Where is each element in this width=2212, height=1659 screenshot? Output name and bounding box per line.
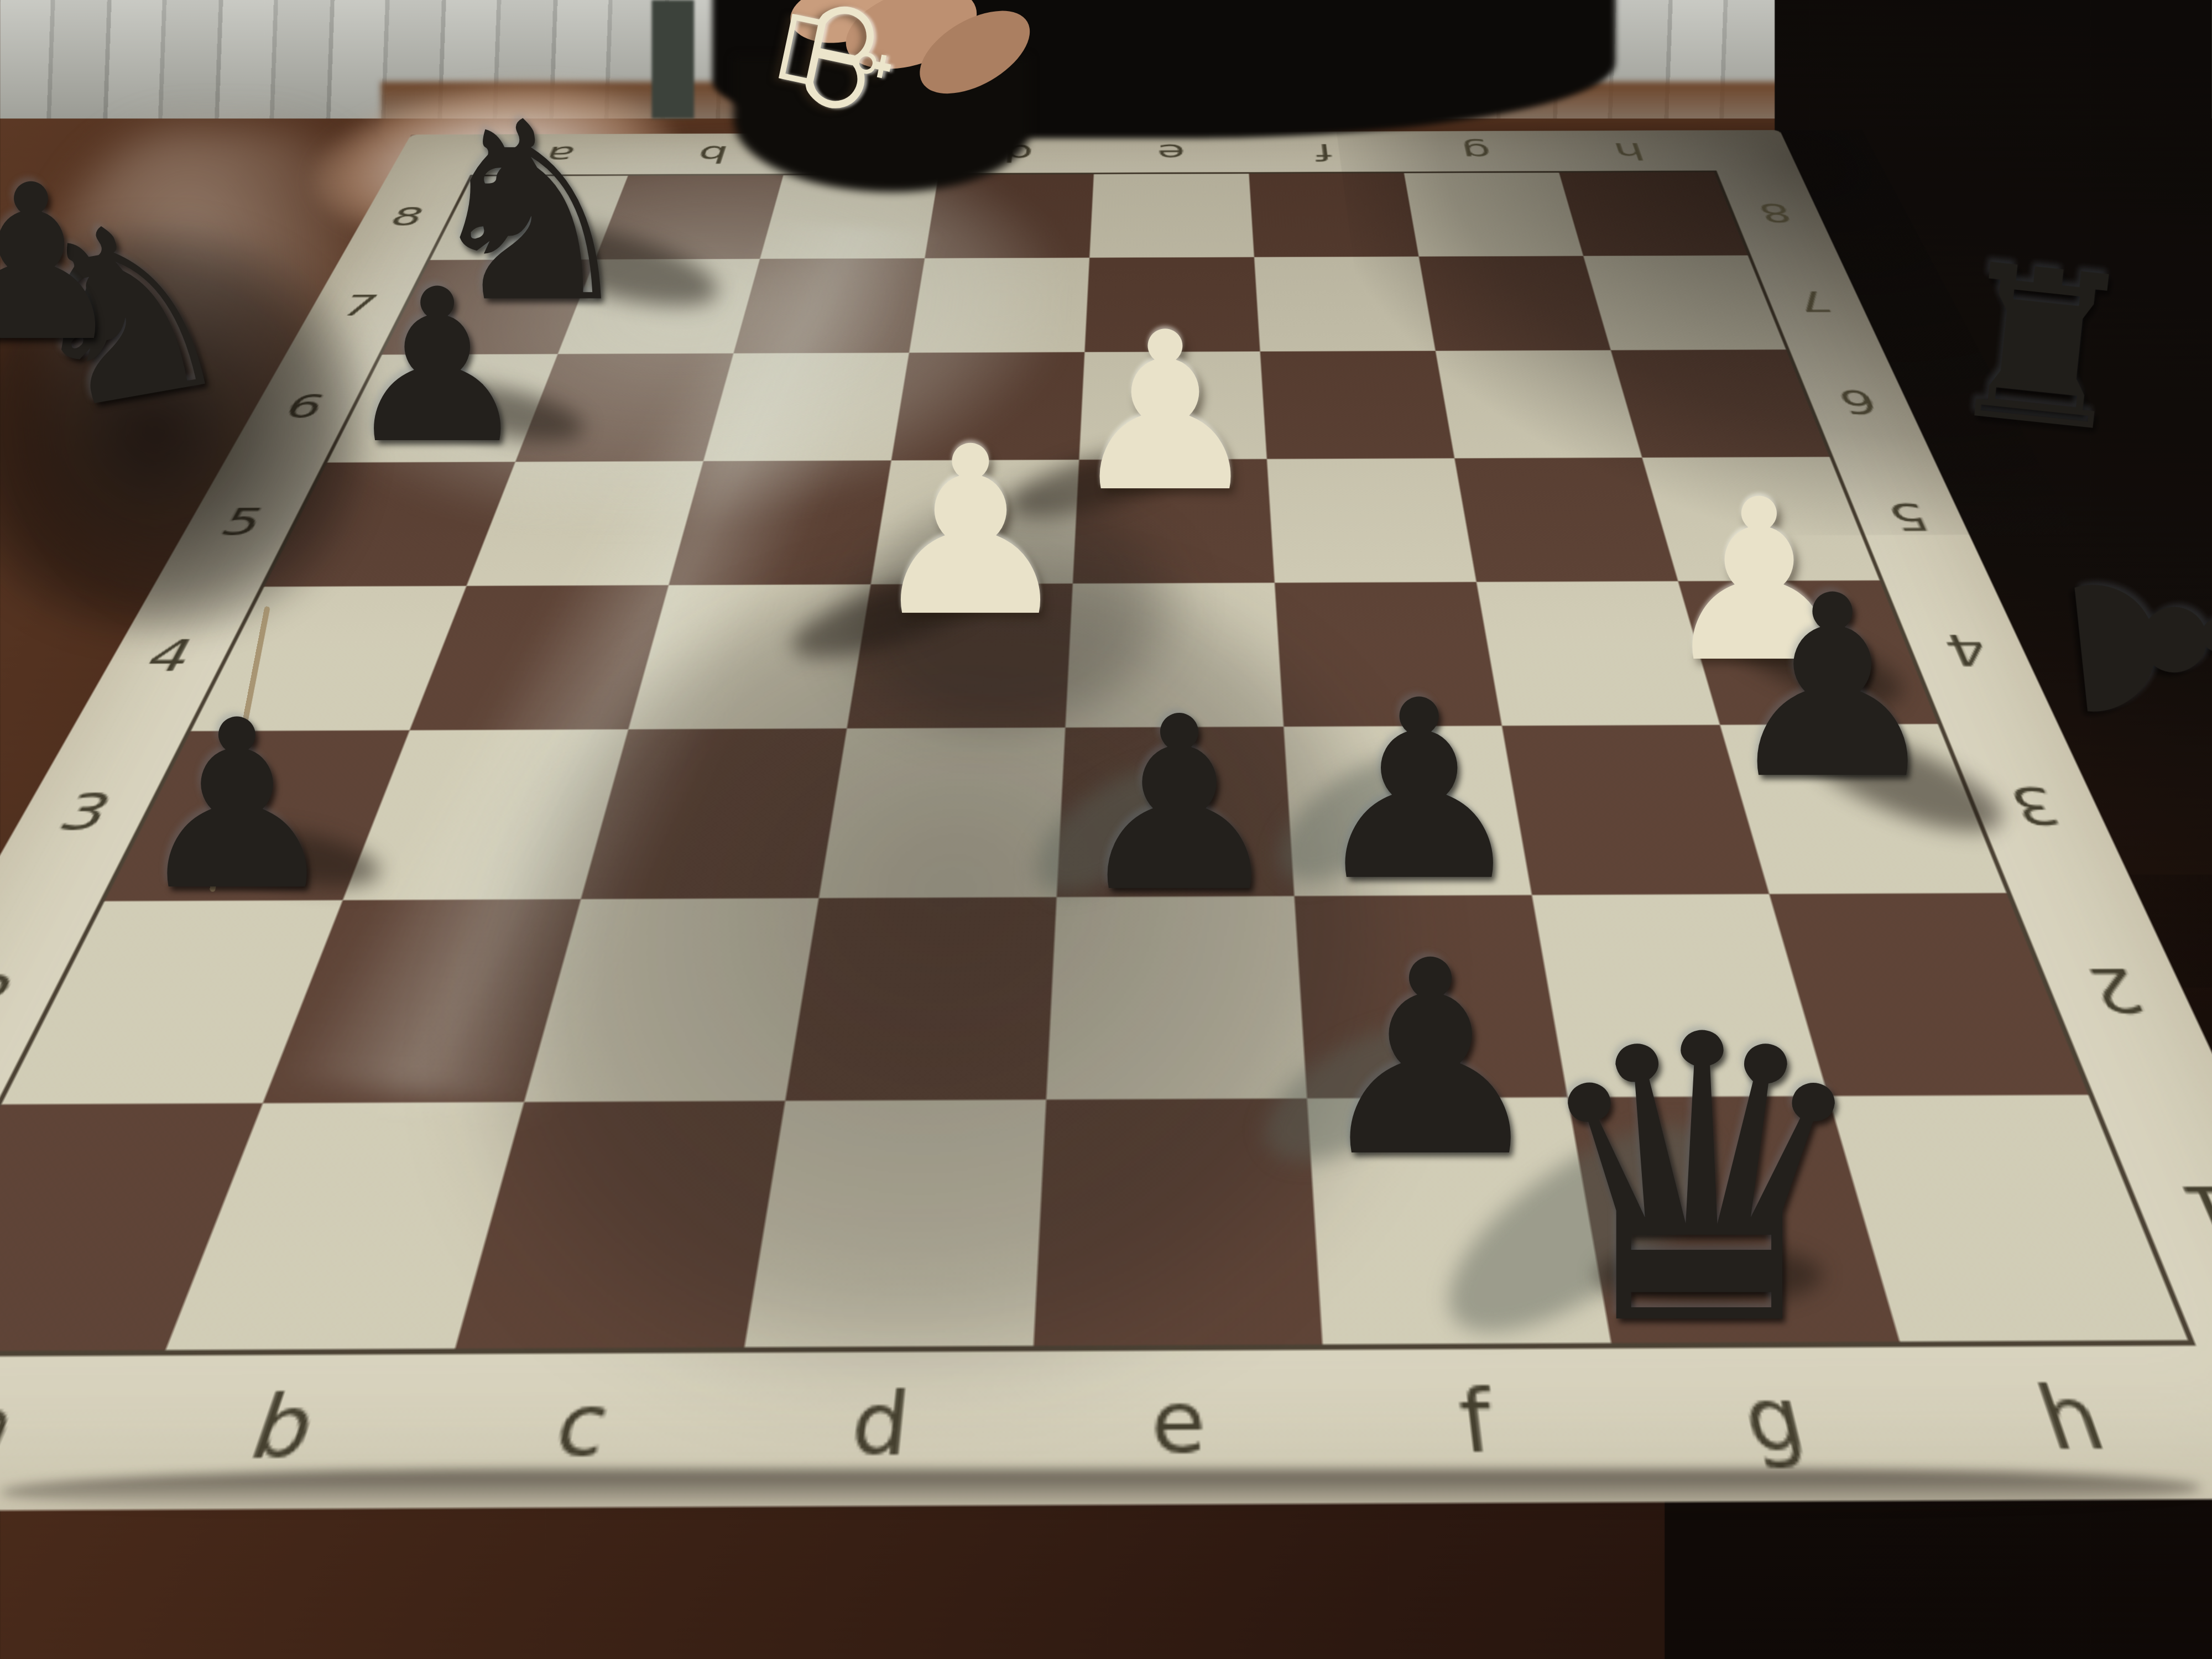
file-label-bottom-e: e (1151, 1381, 1207, 1468)
square-c3[interactable] (581, 728, 847, 899)
captured-black-pawn[interactable]: ♟ (2039, 536, 2212, 747)
square-d1[interactable] (744, 1099, 1046, 1347)
mat-curled-edge-shadow (0, 1470, 2201, 1512)
square-d2[interactable] (785, 897, 1057, 1100)
file-label-top-g: g (1459, 140, 1494, 163)
chair-back (652, 0, 695, 118)
square-f7[interactable] (1254, 257, 1436, 352)
square-c7[interactable] (733, 258, 925, 353)
square-d3[interactable] (819, 728, 1066, 898)
square-f8[interactable] (1249, 173, 1418, 257)
piece-black-pawn-f2[interactable]: ♟ (1310, 926, 1551, 1194)
piece-black-pawn-a3[interactable]: ♟ (133, 690, 341, 923)
piece-white-pawn-e6[interactable]: ♟ (1067, 304, 1264, 522)
piece-black-pawn-h3[interactable]: ♟ (1720, 563, 1945, 814)
file-label-top-e: e (1157, 141, 1185, 164)
square-f6[interactable] (1260, 351, 1455, 459)
captured-black-rook[interactable]: ♜ (1936, 233, 2147, 463)
square-g6[interactable] (1436, 350, 1642, 458)
square-e8[interactable] (1089, 174, 1254, 258)
square-g8[interactable] (1404, 173, 1583, 257)
piece-black-pawn-f3[interactable]: ♟ (1308, 668, 1530, 915)
captured-black-pawn[interactable]: ♟ (0, 157, 127, 372)
square-c5[interactable] (669, 461, 891, 586)
piece-black-queen-g1[interactable]: ♛ (1524, 984, 1878, 1379)
scene: aabbccddeeffgghh8877665544332211 ♞♟♜♟ ♔ … (0, 0, 2212, 1659)
square-c4[interactable] (628, 585, 870, 729)
square-g7[interactable] (1419, 256, 1611, 351)
file-label-top-f: f (1314, 140, 1333, 163)
photo-of-chess-game: aabbccddeeffgghh8877665544332211 ♞♟♜♟ ♔ … (0, 0, 2212, 1659)
piece-white-pawn-d5[interactable]: ♟ (866, 416, 1074, 649)
square-f5[interactable] (1267, 458, 1477, 583)
square-d8[interactable] (925, 174, 1094, 258)
square-g5[interactable] (1454, 457, 1678, 582)
square-d7[interactable] (909, 258, 1089, 353)
piece-black-pawn-e3[interactable]: ♟ (1072, 685, 1287, 925)
piece-black-pawn-a6[interactable]: ♟ (342, 261, 532, 473)
file-label-bottom-d: d (847, 1383, 913, 1470)
